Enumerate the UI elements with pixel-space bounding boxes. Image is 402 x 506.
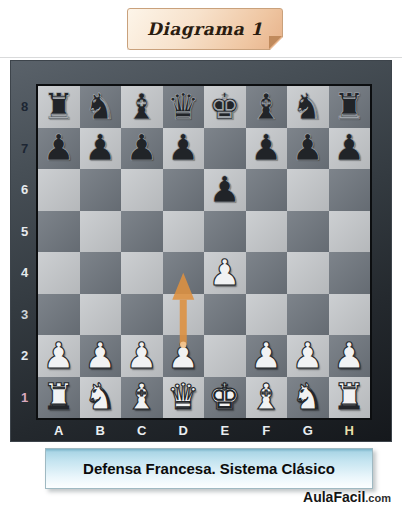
- caption-text: Defensa Francesa. Sistema Clásico: [83, 460, 335, 477]
- square-a3: [38, 294, 80, 336]
- diagram-title-banner: Diagrama 1: [127, 8, 283, 50]
- rank-label-2: 2: [11, 335, 38, 377]
- separator-line: [0, 57, 402, 58]
- square-c4: [121, 252, 163, 294]
- piece-white-pawn-d2: ♟: [167, 338, 199, 374]
- piece-white-queen-d1: ♛: [167, 379, 199, 415]
- piece-white-pawn-e4: ♟: [209, 255, 241, 291]
- piece-white-pawn-f2: ♟: [250, 338, 282, 374]
- square-d1: ♛: [163, 377, 205, 419]
- board-squares: ♜♞♝♛♚♝♞♜♟♟♟♟♟♟♟♟♟♟♟♟♟♟♟♟♜♞♝♛♚♝♞♜: [38, 86, 370, 418]
- piece-black-knight-g8: ♞: [292, 89, 324, 125]
- square-e6: ♟: [204, 169, 246, 211]
- square-e5: [204, 211, 246, 253]
- rank-label-8: 8: [11, 86, 38, 128]
- square-a6: [38, 169, 80, 211]
- piece-black-pawn-b7: ♟: [84, 130, 116, 166]
- file-label-G: G: [287, 418, 329, 443]
- brand: AulaFacil.com: [303, 488, 391, 506]
- piece-white-pawn-b2: ♟: [84, 338, 116, 374]
- diagram-title: Diagrama 1: [147, 19, 263, 39]
- square-e3: [204, 294, 246, 336]
- square-g7: ♟: [287, 128, 329, 170]
- piece-white-pawn-c2: ♟: [126, 338, 158, 374]
- piece-white-bishop-c1: ♝: [126, 379, 158, 415]
- file-labels: ABCDEFGH: [38, 418, 370, 443]
- piece-black-pawn-h7: ♟: [333, 130, 365, 166]
- square-h1: ♜: [329, 377, 371, 419]
- square-h6: [329, 169, 371, 211]
- square-a7: ♟: [38, 128, 80, 170]
- piece-black-pawn-c7: ♟: [126, 130, 158, 166]
- square-a8: ♜: [38, 86, 80, 128]
- square-f5: [246, 211, 288, 253]
- brand-name: AulaFacil: [303, 489, 365, 505]
- piece-white-knight-b1: ♞: [84, 379, 116, 415]
- square-b8: ♞: [80, 86, 122, 128]
- rank-labels: 87654321: [11, 86, 38, 418]
- square-g4: [287, 252, 329, 294]
- square-c5: [121, 211, 163, 253]
- square-h3: [329, 294, 371, 336]
- file-label-H: H: [329, 418, 371, 443]
- square-c6: [121, 169, 163, 211]
- rank-label-1: 1: [11, 377, 38, 419]
- square-e1: ♚: [204, 377, 246, 419]
- file-label-B: B: [80, 418, 122, 443]
- piece-black-bishop-f8: ♝: [250, 89, 282, 125]
- square-e2: [204, 335, 246, 377]
- piece-white-pawn-a2: ♟: [43, 338, 75, 374]
- square-f7: ♟: [246, 128, 288, 170]
- square-g8: ♞: [287, 86, 329, 128]
- file-label-F: F: [246, 418, 288, 443]
- page: Diagrama 1 87654321 ♜♞♝♛♚♝♞♜♟♟♟♟♟♟♟♟♟♟♟♟…: [0, 0, 402, 506]
- square-g2: ♟: [287, 335, 329, 377]
- chess-board: 87654321 ♜♞♝♛♚♝♞♜♟♟♟♟♟♟♟♟♟♟♟♟♟♟♟♟♜♞♝♛♚♝♞…: [10, 60, 392, 442]
- square-d8: ♛: [163, 86, 205, 128]
- piece-black-bishop-c8: ♝: [126, 89, 158, 125]
- square-e4: ♟: [204, 252, 246, 294]
- square-b6: [80, 169, 122, 211]
- piece-white-bishop-f1: ♝: [250, 379, 282, 415]
- piece-black-pawn-e6: ♟: [209, 172, 241, 208]
- square-c1: ♝: [121, 377, 163, 419]
- square-f2: ♟: [246, 335, 288, 377]
- piece-white-knight-g1: ♞: [292, 379, 324, 415]
- square-g3: [287, 294, 329, 336]
- file-label-C: C: [121, 418, 163, 443]
- square-g6: [287, 169, 329, 211]
- square-c8: ♝: [121, 86, 163, 128]
- rank-label-6: 6: [11, 169, 38, 211]
- square-b4: [80, 252, 122, 294]
- square-f6: [246, 169, 288, 211]
- square-a4: [38, 252, 80, 294]
- caption-banner: Defensa Francesa. Sistema Clásico: [45, 448, 373, 489]
- square-f3: [246, 294, 288, 336]
- square-f1: ♝: [246, 377, 288, 419]
- rank-label-5: 5: [11, 211, 38, 253]
- file-label-A: A: [38, 418, 80, 443]
- piece-black-rook-a8: ♜: [43, 89, 75, 125]
- square-c2: ♟: [121, 335, 163, 377]
- square-g5: [287, 211, 329, 253]
- square-f4: [246, 252, 288, 294]
- square-d5: [163, 211, 205, 253]
- square-f8: ♝: [246, 86, 288, 128]
- piece-white-rook-a1: ♜: [43, 379, 75, 415]
- rank-label-3: 3: [11, 294, 38, 336]
- square-b3: [80, 294, 122, 336]
- square-e7: [204, 128, 246, 170]
- square-h2: ♟: [329, 335, 371, 377]
- square-a5: [38, 211, 80, 253]
- square-d4: [163, 252, 205, 294]
- rank-label-4: 4: [11, 252, 38, 294]
- square-d3: [163, 294, 205, 336]
- file-label-E: E: [204, 418, 246, 443]
- square-a2: ♟: [38, 335, 80, 377]
- square-a1: ♜: [38, 377, 80, 419]
- square-d7: ♟: [163, 128, 205, 170]
- square-h8: ♜: [329, 86, 371, 128]
- piece-black-pawn-f7: ♟: [250, 130, 282, 166]
- square-h4: [329, 252, 371, 294]
- square-c3: [121, 294, 163, 336]
- piece-black-rook-h8: ♜: [333, 89, 365, 125]
- square-e8: ♚: [204, 86, 246, 128]
- piece-black-king-e8: ♚: [209, 89, 241, 125]
- piece-white-pawn-h2: ♟: [333, 338, 365, 374]
- piece-black-queen-d8: ♛: [167, 89, 199, 125]
- square-g1: ♞: [287, 377, 329, 419]
- square-c7: ♟: [121, 128, 163, 170]
- square-h5: [329, 211, 371, 253]
- file-label-D: D: [163, 418, 205, 443]
- square-b7: ♟: [80, 128, 122, 170]
- piece-black-knight-b8: ♞: [84, 89, 116, 125]
- piece-white-rook-h1: ♜: [333, 379, 365, 415]
- square-d6: [163, 169, 205, 211]
- rank-label-7: 7: [11, 128, 38, 170]
- square-b2: ♟: [80, 335, 122, 377]
- piece-black-pawn-d7: ♟: [167, 130, 199, 166]
- square-b5: [80, 211, 122, 253]
- square-h7: ♟: [329, 128, 371, 170]
- piece-black-pawn-g7: ♟: [292, 130, 324, 166]
- piece-white-king-e1: ♚: [209, 379, 241, 415]
- piece-black-pawn-a7: ♟: [43, 130, 75, 166]
- piece-white-pawn-g2: ♟: [292, 338, 324, 374]
- square-d2: ♟: [163, 335, 205, 377]
- square-b1: ♞: [80, 377, 122, 419]
- brand-domain: .com: [365, 492, 391, 504]
